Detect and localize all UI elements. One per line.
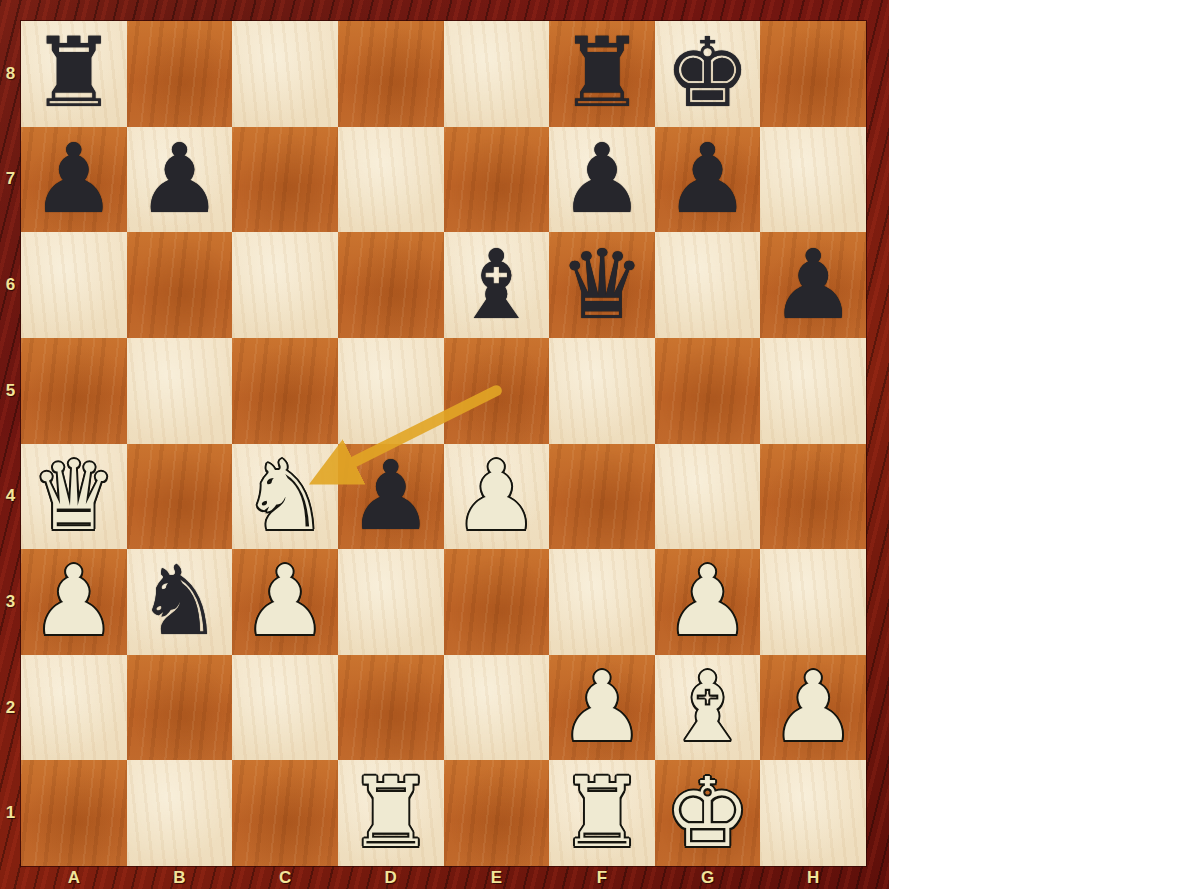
white-knight-c4[interactable]: ♞ <box>242 444 328 549</box>
white-rook-f1[interactable]: ♜ <box>559 761 645 866</box>
board-squares: ♜♜♚♟♟♟♟♝♛♟♛♞♟♟♟♞♟♟♟♝♟♜♜♚ <box>21 21 866 866</box>
square-f8[interactable]: ♜ <box>549 21 655 127</box>
square-h4[interactable] <box>760 444 866 550</box>
black-rook-f8[interactable]: ♜ <box>559 21 645 126</box>
square-e3[interactable] <box>444 549 550 655</box>
square-f3[interactable] <box>549 549 655 655</box>
square-f1[interactable]: ♜ <box>549 760 655 866</box>
rank-label-5: 5 <box>0 381 21 401</box>
black-pawn-h6[interactable]: ♟ <box>770 233 856 338</box>
square-d8[interactable] <box>338 21 444 127</box>
file-label-g: G <box>655 866 761 889</box>
chess-board: ♜♜♚♟♟♟♟♝♛♟♛♞♟♟♟♞♟♟♟♝♟♜♜♚ 87654321ABCDEFG… <box>0 0 889 889</box>
black-king-g8[interactable]: ♚ <box>665 21 751 126</box>
square-a3[interactable]: ♟ <box>21 549 127 655</box>
square-g5[interactable] <box>655 338 761 444</box>
square-h5[interactable] <box>760 338 866 444</box>
square-e4[interactable]: ♟ <box>444 444 550 550</box>
rank-label-7: 7 <box>0 169 21 189</box>
white-bishop-g2[interactable]: ♝ <box>665 655 751 760</box>
square-g1[interactable]: ♚ <box>655 760 761 866</box>
square-f5[interactable] <box>549 338 655 444</box>
file-label-a: A <box>21 866 127 889</box>
square-b5[interactable] <box>127 338 233 444</box>
square-h2[interactable]: ♟ <box>760 655 866 761</box>
square-c7[interactable] <box>232 127 338 233</box>
square-e1[interactable] <box>444 760 550 866</box>
rank-label-2: 2 <box>0 698 21 718</box>
square-f4[interactable] <box>549 444 655 550</box>
square-f6[interactable]: ♛ <box>549 232 655 338</box>
square-a4[interactable]: ♛ <box>21 444 127 550</box>
square-h7[interactable] <box>760 127 866 233</box>
file-label-f: F <box>549 866 655 889</box>
white-pawn-g3[interactable]: ♟ <box>665 549 751 654</box>
square-c6[interactable] <box>232 232 338 338</box>
rank-label-1: 1 <box>0 803 21 823</box>
rank-label-4: 4 <box>0 486 21 506</box>
black-queen-f6[interactable]: ♛ <box>559 233 645 338</box>
black-knight-b3[interactable]: ♞ <box>136 549 222 654</box>
square-a1[interactable] <box>21 760 127 866</box>
black-pawn-d4[interactable]: ♟ <box>348 444 434 549</box>
square-f7[interactable]: ♟ <box>549 127 655 233</box>
white-pawn-h2[interactable]: ♟ <box>770 655 856 760</box>
white-pawn-a3[interactable]: ♟ <box>31 549 117 654</box>
file-label-c: C <box>232 866 338 889</box>
white-pawn-f2[interactable]: ♟ <box>559 655 645 760</box>
square-g4[interactable] <box>655 444 761 550</box>
rank-label-8: 8 <box>0 64 21 84</box>
square-a7[interactable]: ♟ <box>21 127 127 233</box>
square-b1[interactable] <box>127 760 233 866</box>
square-e7[interactable] <box>444 127 550 233</box>
square-h8[interactable] <box>760 21 866 127</box>
square-e6[interactable]: ♝ <box>444 232 550 338</box>
black-pawn-f7[interactable]: ♟ <box>559 127 645 232</box>
square-c4[interactable]: ♞ <box>232 444 338 550</box>
black-pawn-a7[interactable]: ♟ <box>31 127 117 232</box>
square-b7[interactable]: ♟ <box>127 127 233 233</box>
square-e5[interactable] <box>444 338 550 444</box>
square-g8[interactable]: ♚ <box>655 21 761 127</box>
square-a5[interactable] <box>21 338 127 444</box>
square-b4[interactable] <box>127 444 233 550</box>
square-c2[interactable] <box>232 655 338 761</box>
square-d3[interactable] <box>338 549 444 655</box>
white-pawn-e4[interactable]: ♟ <box>453 444 539 549</box>
square-c5[interactable] <box>232 338 338 444</box>
square-e8[interactable] <box>444 21 550 127</box>
square-c8[interactable] <box>232 21 338 127</box>
square-h6[interactable]: ♟ <box>760 232 866 338</box>
square-a2[interactable] <box>21 655 127 761</box>
file-label-b: B <box>127 866 233 889</box>
square-g7[interactable]: ♟ <box>655 127 761 233</box>
square-c3[interactable]: ♟ <box>232 549 338 655</box>
black-rook-a8[interactable]: ♜ <box>31 21 117 126</box>
square-b3[interactable]: ♞ <box>127 549 233 655</box>
white-queen-a4[interactable]: ♛ <box>31 444 117 549</box>
square-a8[interactable]: ♜ <box>21 21 127 127</box>
square-b6[interactable] <box>127 232 233 338</box>
square-d1[interactable]: ♜ <box>338 760 444 866</box>
square-b8[interactable] <box>127 21 233 127</box>
square-g6[interactable] <box>655 232 761 338</box>
black-bishop-e6[interactable]: ♝ <box>453 233 539 338</box>
rank-label-3: 3 <box>0 592 21 612</box>
square-d6[interactable] <box>338 232 444 338</box>
file-label-h: H <box>760 866 866 889</box>
square-b2[interactable] <box>127 655 233 761</box>
square-c1[interactable] <box>232 760 338 866</box>
square-d7[interactable] <box>338 127 444 233</box>
square-d4[interactable]: ♟ <box>338 444 444 550</box>
square-a6[interactable] <box>21 232 127 338</box>
square-d2[interactable] <box>338 655 444 761</box>
rank-label-6: 6 <box>0 275 21 295</box>
white-rook-d1[interactable]: ♜ <box>348 761 434 866</box>
square-d5[interactable] <box>338 338 444 444</box>
square-h3[interactable] <box>760 549 866 655</box>
square-g2[interactable]: ♝ <box>655 655 761 761</box>
file-label-e: E <box>444 866 550 889</box>
black-pawn-g7[interactable]: ♟ <box>665 127 751 232</box>
square-f2[interactable]: ♟ <box>549 655 655 761</box>
white-pawn-c3[interactable]: ♟ <box>242 549 328 654</box>
square-h1[interactable] <box>760 760 866 866</box>
square-g3[interactable]: ♟ <box>655 549 761 655</box>
file-label-d: D <box>338 866 444 889</box>
black-pawn-b7[interactable]: ♟ <box>136 127 222 232</box>
white-king-g1[interactable]: ♚ <box>665 761 751 866</box>
square-e2[interactable] <box>444 655 550 761</box>
